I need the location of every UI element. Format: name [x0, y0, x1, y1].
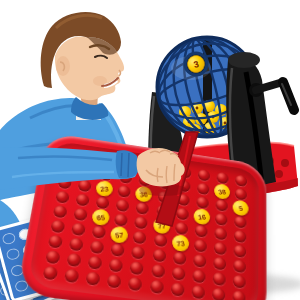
dimple — [82, 152, 96, 164]
dimple — [77, 179, 91, 192]
dimple — [198, 169, 210, 181]
dimple — [42, 266, 58, 281]
bingo-ball[interactable]: 36 — [135, 186, 153, 202]
dimple — [50, 220, 65, 234]
dimple — [101, 155, 115, 167]
dimple — [134, 216, 148, 229]
tray-surface: 38233651665775773 — [27, 140, 258, 300]
dimple — [136, 202, 150, 215]
dimple — [214, 242, 227, 256]
dimple — [234, 244, 247, 258]
dimple — [179, 166, 192, 178]
tray-cell — [208, 286, 229, 300]
dimple — [217, 171, 229, 183]
dimple — [172, 267, 186, 281]
dimple — [233, 275, 246, 289]
dimple — [236, 174, 248, 186]
dimple — [57, 176, 71, 189]
tray-cell — [166, 280, 188, 299]
dimple — [140, 160, 153, 172]
dimple — [85, 272, 100, 287]
dimple — [196, 196, 209, 209]
dimple — [99, 168, 113, 181]
dimple — [60, 162, 74, 175]
dimple — [170, 283, 184, 297]
dimple — [55, 190, 70, 203]
dimple — [131, 246, 145, 260]
dimple — [157, 190, 170, 203]
dimple — [118, 185, 132, 198]
dimple — [111, 243, 125, 257]
dimple — [213, 257, 226, 271]
tray-cell — [81, 270, 104, 289]
dimple — [195, 224, 208, 237]
board-wrap: 38233651665775773 — [32, 139, 269, 300]
dimple — [73, 208, 88, 221]
dimple — [130, 261, 144, 275]
dimple — [45, 250, 60, 264]
dimple — [193, 254, 206, 268]
dimple — [176, 207, 189, 220]
dimple — [107, 274, 122, 289]
bingo-ball[interactable]: 57 — [110, 226, 129, 243]
dimple — [133, 231, 147, 245]
dimple — [234, 260, 247, 274]
dimple — [66, 253, 81, 267]
tray-cell — [103, 272, 126, 291]
dimple — [215, 227, 228, 240]
dimple — [128, 277, 142, 292]
dimple — [235, 215, 247, 228]
bingo-ball[interactable]: 65 — [92, 209, 111, 226]
dimple — [234, 230, 246, 243]
dimple — [213, 272, 226, 286]
dimple — [158, 177, 171, 190]
dimple — [121, 157, 134, 169]
dimple — [109, 259, 124, 273]
tray-cell — [145, 278, 167, 297]
dimple — [191, 285, 205, 299]
tray-cell — [38, 264, 62, 283]
dimple — [178, 179, 191, 192]
dimple — [116, 199, 130, 212]
dimple — [62, 149, 76, 162]
dimple — [71, 222, 86, 236]
dimple — [47, 235, 62, 249]
dimple — [92, 225, 106, 239]
dimple — [216, 199, 228, 212]
dimple — [153, 234, 167, 248]
dimple — [197, 182, 209, 195]
tray-dimple-grid: 38233651665775773 — [38, 147, 251, 300]
dimple — [88, 256, 103, 270]
dimple — [175, 222, 188, 235]
dimple — [151, 264, 165, 278]
dimple — [114, 213, 128, 226]
dimple — [192, 270, 205, 284]
dimple — [80, 165, 94, 178]
bingo-game-scene: 3 38233651665775773 — [0, 0, 300, 300]
dimple — [159, 163, 172, 175]
dimple — [194, 239, 207, 253]
dimple — [156, 204, 169, 217]
tray-cell — [229, 288, 250, 300]
bingo-ball[interactable]: 23 — [95, 180, 113, 196]
tray-cell — [187, 283, 209, 300]
dimple — [177, 193, 190, 206]
dimple — [235, 188, 247, 201]
bingo-tray: 38233651665775773 — [17, 132, 267, 300]
dimple — [69, 238, 84, 252]
tray-cell — [59, 267, 83, 286]
dimple — [64, 269, 79, 284]
dimple — [96, 196, 110, 209]
dimple — [52, 205, 67, 219]
card-cell — [4, 245, 22, 263]
dimple — [212, 288, 225, 300]
dimple — [90, 240, 105, 254]
dimple — [139, 174, 152, 187]
dimple — [215, 213, 228, 226]
dimple — [119, 171, 132, 184]
dimple — [152, 249, 166, 263]
dimple — [149, 280, 163, 295]
tray-cell — [124, 275, 147, 294]
card-cell — [0, 229, 18, 247]
dimple — [75, 193, 89, 206]
dimple — [233, 291, 246, 300]
dimple — [173, 251, 187, 265]
